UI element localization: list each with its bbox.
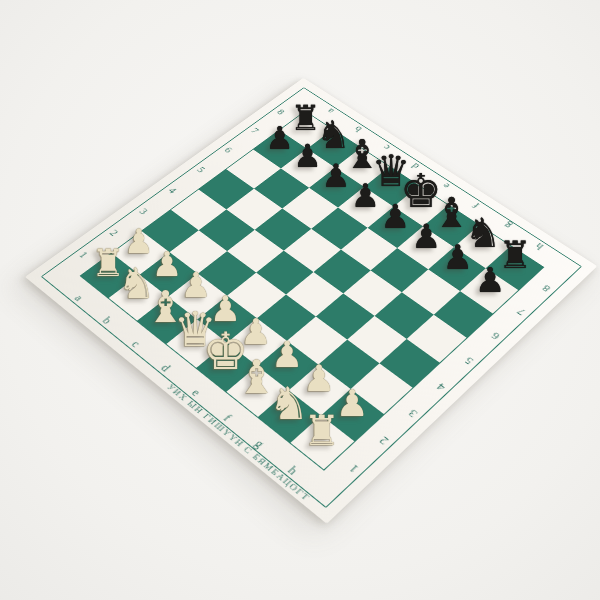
- photo-scene: aabbccddeeffgghh8877665544332211 УИХ ЫН …: [0, 0, 600, 600]
- black-pawn-piece[interactable]: ♟: [351, 180, 380, 213]
- white-rook-piece[interactable]: ♜: [303, 410, 340, 452]
- black-pawn-piece[interactable]: ♟: [475, 263, 506, 297]
- black-pawn-piece[interactable]: ♟: [265, 123, 293, 155]
- black-pawn-piece[interactable]: ♟: [381, 200, 411, 233]
- black-pawn-piece[interactable]: ♟: [322, 160, 351, 192]
- white-pawn-piece[interactable]: ♟: [152, 246, 183, 280]
- black-pawn-piece[interactable]: ♟: [293, 141, 322, 173]
- white-pawn-piece[interactable]: ♟: [124, 225, 154, 259]
- black-pawn-piece[interactable]: ♟: [411, 220, 441, 254]
- black-pawn-piece[interactable]: ♟: [442, 241, 472, 275]
